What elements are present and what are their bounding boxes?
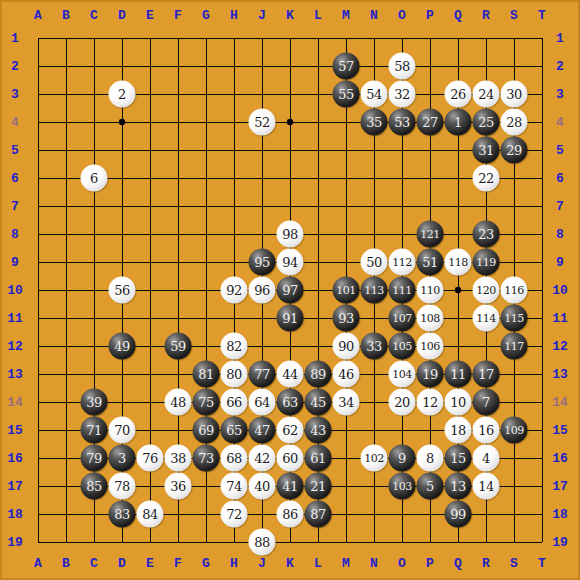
stone-N3[interactable]: 54 xyxy=(361,81,388,108)
move-number: 73 xyxy=(198,452,214,465)
col-label-top-S: S xyxy=(510,9,518,22)
star-point-K4 xyxy=(287,119,293,125)
move-number: 91 xyxy=(282,312,298,325)
stone-S5[interactable]: 29 xyxy=(501,137,528,164)
row-label-right-14: 14 xyxy=(552,396,568,409)
move-number: 55 xyxy=(338,88,354,101)
row-label-right-4: 4 xyxy=(556,116,564,129)
move-number: 14 xyxy=(478,480,494,493)
move-number: 75 xyxy=(198,396,214,409)
stone-H17[interactable]: 74 xyxy=(221,473,248,500)
stone-S3[interactable]: 30 xyxy=(501,81,528,108)
move-number: 1 xyxy=(454,116,462,129)
stone-Q15[interactable]: 18 xyxy=(445,417,472,444)
stone-Q18[interactable]: 99 xyxy=(445,501,472,528)
move-number: 58 xyxy=(394,60,410,73)
move-number: 59 xyxy=(170,340,186,353)
stone-J10[interactable]: 96 xyxy=(249,277,276,304)
move-number: 87 xyxy=(310,508,326,521)
row-label-left-6: 6 xyxy=(11,172,19,185)
move-number: 90 xyxy=(338,340,354,353)
row-label-left-9: 9 xyxy=(11,256,19,269)
stone-Q13[interactable]: 11 xyxy=(445,361,472,388)
row-label-right-6: 6 xyxy=(556,172,564,185)
move-number: 83 xyxy=(114,508,130,521)
stone-C14[interactable]: 39 xyxy=(81,389,108,416)
move-number: 110 xyxy=(420,285,440,296)
row-label-right-17: 17 xyxy=(552,480,568,493)
stone-O3[interactable]: 32 xyxy=(389,81,416,108)
move-number: 74 xyxy=(226,480,242,493)
move-number: 20 xyxy=(394,396,410,409)
col-label-top-H: H xyxy=(230,9,238,22)
move-number: 57 xyxy=(338,60,354,73)
stone-C6[interactable]: 6 xyxy=(81,165,108,192)
move-number: 43 xyxy=(310,424,326,437)
move-number: 54 xyxy=(366,88,382,101)
move-number: 19 xyxy=(422,368,438,381)
stone-O2[interactable]: 58 xyxy=(389,53,416,80)
stone-K14[interactable]: 63 xyxy=(277,389,304,416)
row-label-left-18: 18 xyxy=(7,508,23,521)
stone-Q16[interactable]: 15 xyxy=(445,445,472,472)
col-label-top-L: L xyxy=(314,9,322,22)
stone-O17[interactable]: 103 xyxy=(389,473,416,500)
stone-R5[interactable]: 31 xyxy=(473,137,500,164)
stone-P13[interactable]: 19 xyxy=(417,361,444,388)
stone-O12[interactable]: 105 xyxy=(389,333,416,360)
stone-K18[interactable]: 86 xyxy=(277,501,304,528)
move-number: 62 xyxy=(282,424,298,437)
stone-R15[interactable]: 16 xyxy=(473,417,500,444)
move-number: 36 xyxy=(170,480,186,493)
move-number: 65 xyxy=(226,424,242,437)
col-label-bottom-M: M xyxy=(342,557,350,570)
row-label-right-11: 11 xyxy=(552,312,568,325)
row-label-right-9: 9 xyxy=(556,256,564,269)
stone-O9[interactable]: 112 xyxy=(389,249,416,276)
stone-K11[interactable]: 91 xyxy=(277,305,304,332)
stone-H18[interactable]: 72 xyxy=(221,501,248,528)
move-number: 96 xyxy=(254,284,270,297)
move-number: 56 xyxy=(114,284,130,297)
stone-J4[interactable]: 52 xyxy=(249,109,276,136)
col-label-top-B: B xyxy=(62,9,70,22)
stone-D16[interactable]: 3 xyxy=(109,445,136,472)
move-number: 98 xyxy=(282,228,298,241)
stone-F12[interactable]: 59 xyxy=(165,333,192,360)
stone-L18[interactable]: 87 xyxy=(305,501,332,528)
go-board: AABBCCDDEEFFGGHHJJKKLLMMNNOOPPQQRRSSTT11… xyxy=(0,0,580,580)
move-number: 82 xyxy=(226,340,242,353)
move-number: 53 xyxy=(394,116,410,129)
move-number: 109 xyxy=(504,425,524,436)
move-number: 102 xyxy=(364,453,384,464)
stone-C16[interactable]: 79 xyxy=(81,445,108,472)
stone-L16[interactable]: 61 xyxy=(305,445,332,472)
row-label-left-14: 14 xyxy=(7,396,23,409)
stone-G14[interactable]: 75 xyxy=(193,389,220,416)
stone-Q9[interactable]: 118 xyxy=(445,249,472,276)
move-number: 105 xyxy=(392,341,412,352)
move-number: 92 xyxy=(226,284,242,297)
stone-H15[interactable]: 65 xyxy=(221,417,248,444)
stone-P17[interactable]: 5 xyxy=(417,473,444,500)
stone-R6[interactable]: 22 xyxy=(473,165,500,192)
move-number: 60 xyxy=(282,452,298,465)
move-number: 68 xyxy=(226,452,242,465)
stone-J9[interactable]: 95 xyxy=(249,249,276,276)
move-number: 112 xyxy=(392,257,412,268)
stone-F14[interactable]: 48 xyxy=(165,389,192,416)
stone-R3[interactable]: 24 xyxy=(473,81,500,108)
stone-K10[interactable]: 97 xyxy=(277,277,304,304)
move-number: 115 xyxy=(504,313,524,324)
stone-O10[interactable]: 111 xyxy=(389,277,416,304)
stone-R14[interactable]: 7 xyxy=(473,389,500,416)
stone-D17[interactable]: 78 xyxy=(109,473,136,500)
row-label-left-11: 11 xyxy=(7,312,23,325)
move-number: 11 xyxy=(450,368,466,381)
stone-D15[interactable]: 70 xyxy=(109,417,136,444)
col-label-bottom-H: H xyxy=(230,557,238,570)
move-number: 89 xyxy=(310,368,326,381)
stone-M10[interactable]: 101 xyxy=(333,277,360,304)
row-label-right-7: 7 xyxy=(556,200,564,213)
move-number: 116 xyxy=(504,285,524,296)
row-label-left-4: 4 xyxy=(11,116,19,129)
move-number: 5 xyxy=(426,480,434,493)
move-number: 99 xyxy=(450,508,466,521)
stone-M2[interactable]: 57 xyxy=(333,53,360,80)
col-label-bottom-E: E xyxy=(146,557,154,570)
move-number: 76 xyxy=(142,452,158,465)
stone-S4[interactable]: 28 xyxy=(501,109,528,136)
stone-S10[interactable]: 116 xyxy=(501,277,528,304)
move-number: 81 xyxy=(198,368,214,381)
stone-P12[interactable]: 106 xyxy=(417,333,444,360)
row-label-right-12: 12 xyxy=(552,340,568,353)
move-number: 12 xyxy=(422,396,438,409)
move-number: 86 xyxy=(282,508,298,521)
stone-L17[interactable]: 21 xyxy=(305,473,332,500)
col-label-bottom-S: S xyxy=(510,557,518,570)
col-label-top-Q: Q xyxy=(454,9,462,22)
move-number: 4 xyxy=(482,452,490,465)
move-number: 80 xyxy=(226,368,242,381)
move-number: 108 xyxy=(420,313,440,324)
row-label-left-13: 13 xyxy=(7,368,23,381)
row-label-right-5: 5 xyxy=(556,144,564,157)
star-point-D4 xyxy=(119,119,125,125)
col-label-bottom-B: B xyxy=(62,557,70,570)
stone-P10[interactable]: 110 xyxy=(417,277,444,304)
stone-C15[interactable]: 71 xyxy=(81,417,108,444)
move-number: 48 xyxy=(170,396,186,409)
move-number: 101 xyxy=(336,285,356,296)
move-number: 41 xyxy=(282,480,298,493)
col-label-top-N: N xyxy=(370,9,378,22)
col-label-bottom-N: N xyxy=(370,557,378,570)
stone-D18[interactable]: 83 xyxy=(109,501,136,528)
move-number: 9 xyxy=(398,452,406,465)
move-number: 31 xyxy=(478,144,494,157)
move-number: 21 xyxy=(310,480,326,493)
row-label-left-17: 17 xyxy=(7,480,23,493)
row-label-left-1: 1 xyxy=(11,32,19,45)
stone-G16[interactable]: 73 xyxy=(193,445,220,472)
stone-S11[interactable]: 115 xyxy=(501,305,528,332)
stone-R10[interactable]: 120 xyxy=(473,277,500,304)
move-number: 42 xyxy=(254,452,270,465)
stone-H12[interactable]: 82 xyxy=(221,333,248,360)
col-label-top-O: O xyxy=(398,9,406,22)
col-label-top-D: D xyxy=(118,9,126,22)
move-number: 17 xyxy=(478,368,494,381)
stone-E18[interactable]: 84 xyxy=(137,501,164,528)
col-label-top-P: P xyxy=(426,9,434,22)
row-label-right-16: 16 xyxy=(552,452,568,465)
move-number: 70 xyxy=(114,424,130,437)
row-label-left-5: 5 xyxy=(11,144,19,157)
row-label-left-12: 12 xyxy=(7,340,23,353)
stone-Q17[interactable]: 13 xyxy=(445,473,472,500)
move-number: 35 xyxy=(366,116,382,129)
move-number: 118 xyxy=(448,257,468,268)
move-number: 46 xyxy=(338,368,354,381)
stone-N16[interactable]: 102 xyxy=(361,445,388,472)
stone-J16[interactable]: 42 xyxy=(249,445,276,472)
stone-O13[interactable]: 104 xyxy=(389,361,416,388)
stone-P16[interactable]: 8 xyxy=(417,445,444,472)
stone-K16[interactable]: 60 xyxy=(277,445,304,472)
move-number: 78 xyxy=(114,480,130,493)
stone-O11[interactable]: 107 xyxy=(389,305,416,332)
row-label-right-8: 8 xyxy=(556,228,564,241)
stone-N12[interactable]: 33 xyxy=(361,333,388,360)
move-number: 28 xyxy=(506,116,522,129)
stone-N4[interactable]: 35 xyxy=(361,109,388,136)
stone-D10[interactable]: 56 xyxy=(109,277,136,304)
stone-O14[interactable]: 20 xyxy=(389,389,416,416)
stone-J19[interactable]: 88 xyxy=(249,529,276,556)
move-number: 38 xyxy=(170,452,186,465)
stone-S15[interactable]: 109 xyxy=(501,417,528,444)
col-label-top-G: G xyxy=(202,9,210,22)
row-label-right-13: 13 xyxy=(552,368,568,381)
move-number: 120 xyxy=(476,285,496,296)
move-number: 26 xyxy=(450,88,466,101)
col-label-top-R: R xyxy=(482,9,490,22)
col-label-bottom-Q: Q xyxy=(454,557,462,570)
move-number: 10 xyxy=(450,396,466,409)
move-number: 72 xyxy=(226,508,242,521)
stone-L15[interactable]: 43 xyxy=(305,417,332,444)
row-label-right-3: 3 xyxy=(556,88,564,101)
move-number: 95 xyxy=(254,256,270,269)
move-number: 50 xyxy=(366,256,382,269)
stone-N10[interactable]: 113 xyxy=(361,277,388,304)
stone-R8[interactable]: 23 xyxy=(473,221,500,248)
stone-D12[interactable]: 49 xyxy=(109,333,136,360)
col-label-top-J: J xyxy=(258,9,266,22)
stone-P14[interactable]: 12 xyxy=(417,389,444,416)
stone-F17[interactable]: 36 xyxy=(165,473,192,500)
move-number: 61 xyxy=(310,452,326,465)
stone-P8[interactable]: 121 xyxy=(417,221,444,248)
stone-Q14[interactable]: 10 xyxy=(445,389,472,416)
col-label-bottom-T: T xyxy=(538,557,546,570)
stone-K15[interactable]: 62 xyxy=(277,417,304,444)
row-label-left-10: 10 xyxy=(7,284,23,297)
move-number: 104 xyxy=(392,369,412,380)
move-number: 49 xyxy=(114,340,130,353)
move-number: 88 xyxy=(254,536,270,549)
move-number: 13 xyxy=(450,480,466,493)
move-number: 33 xyxy=(366,340,382,353)
row-label-left-2: 2 xyxy=(11,60,19,73)
stone-R4[interactable]: 25 xyxy=(473,109,500,136)
move-number: 22 xyxy=(478,172,494,185)
row-label-right-2: 2 xyxy=(556,60,564,73)
stone-J13[interactable]: 77 xyxy=(249,361,276,388)
row-label-right-10: 10 xyxy=(552,284,568,297)
move-number: 64 xyxy=(254,396,270,409)
col-label-bottom-O: O xyxy=(398,557,406,570)
stone-R17[interactable]: 14 xyxy=(473,473,500,500)
col-label-top-T: T xyxy=(538,9,546,22)
stone-P9[interactable]: 51 xyxy=(417,249,444,276)
move-number: 15 xyxy=(450,452,466,465)
stone-P11[interactable]: 108 xyxy=(417,305,444,332)
move-number: 34 xyxy=(338,396,354,409)
col-label-top-A: A xyxy=(34,9,42,22)
row-label-left-7: 7 xyxy=(11,200,19,213)
move-number: 77 xyxy=(254,368,270,381)
stone-S12[interactable]: 117 xyxy=(501,333,528,360)
stone-J15[interactable]: 47 xyxy=(249,417,276,444)
row-label-left-16: 16 xyxy=(7,452,23,465)
move-number: 85 xyxy=(86,480,102,493)
move-number: 69 xyxy=(198,424,214,437)
stone-H13[interactable]: 80 xyxy=(221,361,248,388)
stone-J14[interactable]: 64 xyxy=(249,389,276,416)
stone-H14[interactable]: 66 xyxy=(221,389,248,416)
stone-M13[interactable]: 46 xyxy=(333,361,360,388)
move-number: 6 xyxy=(90,172,98,185)
stone-E16[interactable]: 76 xyxy=(137,445,164,472)
stone-C17[interactable]: 85 xyxy=(81,473,108,500)
row-label-right-1: 1 xyxy=(556,32,564,45)
move-number: 3 xyxy=(118,452,126,465)
col-label-top-M: M xyxy=(342,9,350,22)
stone-F16[interactable]: 38 xyxy=(165,445,192,472)
move-number: 114 xyxy=(476,313,496,324)
stone-L14[interactable]: 45 xyxy=(305,389,332,416)
stone-M3[interactable]: 55 xyxy=(333,81,360,108)
stone-R13[interactable]: 17 xyxy=(473,361,500,388)
move-number: 23 xyxy=(478,228,494,241)
stone-K17[interactable]: 41 xyxy=(277,473,304,500)
stone-L13[interactable]: 89 xyxy=(305,361,332,388)
move-number: 51 xyxy=(422,256,438,269)
stone-P4[interactable]: 27 xyxy=(417,109,444,136)
stone-D3[interactable]: 2 xyxy=(109,81,136,108)
stone-M11[interactable]: 93 xyxy=(333,305,360,332)
move-number: 45 xyxy=(310,396,326,409)
col-label-bottom-D: D xyxy=(118,557,126,570)
move-number: 97 xyxy=(282,284,298,297)
move-number: 121 xyxy=(420,229,440,240)
move-number: 30 xyxy=(506,88,522,101)
stone-O4[interactable]: 53 xyxy=(389,109,416,136)
move-number: 111 xyxy=(392,285,412,296)
col-label-top-E: E xyxy=(146,9,154,22)
stone-H16[interactable]: 68 xyxy=(221,445,248,472)
col-label-top-F: F xyxy=(174,9,182,22)
move-number: 94 xyxy=(282,256,298,269)
move-number: 25 xyxy=(478,116,494,129)
move-number: 39 xyxy=(86,396,102,409)
col-label-bottom-C: C xyxy=(90,557,98,570)
move-number: 7 xyxy=(482,396,490,409)
stone-Q3[interactable]: 26 xyxy=(445,81,472,108)
col-label-top-K: K xyxy=(286,9,294,22)
move-number: 71 xyxy=(86,424,102,437)
stone-R16[interactable]: 4 xyxy=(473,445,500,472)
stone-Q4[interactable]: 1 xyxy=(445,109,472,136)
move-number: 27 xyxy=(422,116,438,129)
col-label-bottom-G: G xyxy=(202,557,210,570)
move-number: 84 xyxy=(142,508,158,521)
col-label-bottom-K: K xyxy=(286,557,294,570)
col-label-bottom-R: R xyxy=(482,557,490,570)
move-number: 93 xyxy=(338,312,354,325)
move-number: 119 xyxy=(476,257,496,268)
stone-G15[interactable]: 69 xyxy=(193,417,220,444)
move-number: 2 xyxy=(118,88,126,101)
move-number: 113 xyxy=(364,285,384,296)
col-label-bottom-A: A xyxy=(34,557,42,570)
stone-G13[interactable]: 81 xyxy=(193,361,220,388)
col-label-bottom-P: P xyxy=(426,557,434,570)
stone-R11[interactable]: 114 xyxy=(473,305,500,332)
move-number: 79 xyxy=(86,452,102,465)
stone-M12[interactable]: 90 xyxy=(333,333,360,360)
move-number: 16 xyxy=(478,424,494,437)
row-label-right-19: 19 xyxy=(552,536,568,549)
stone-K9[interactable]: 94 xyxy=(277,249,304,276)
row-label-left-19: 19 xyxy=(7,536,23,549)
stone-K13[interactable]: 44 xyxy=(277,361,304,388)
move-number: 32 xyxy=(394,88,410,101)
move-number: 40 xyxy=(254,480,270,493)
move-number: 103 xyxy=(392,481,412,492)
stone-M14[interactable]: 34 xyxy=(333,389,360,416)
stone-R9[interactable]: 119 xyxy=(473,249,500,276)
row-label-right-18: 18 xyxy=(552,508,568,521)
stone-H10[interactable]: 92 xyxy=(221,277,248,304)
stone-O16[interactable]: 9 xyxy=(389,445,416,472)
stone-J17[interactable]: 40 xyxy=(249,473,276,500)
move-number: 52 xyxy=(254,116,270,129)
move-number: 29 xyxy=(506,144,522,157)
stone-K8[interactable]: 98 xyxy=(277,221,304,248)
move-number: 8 xyxy=(426,452,434,465)
stone-N9[interactable]: 50 xyxy=(361,249,388,276)
move-number: 107 xyxy=(392,313,412,324)
star-point-Q10 xyxy=(455,287,461,293)
